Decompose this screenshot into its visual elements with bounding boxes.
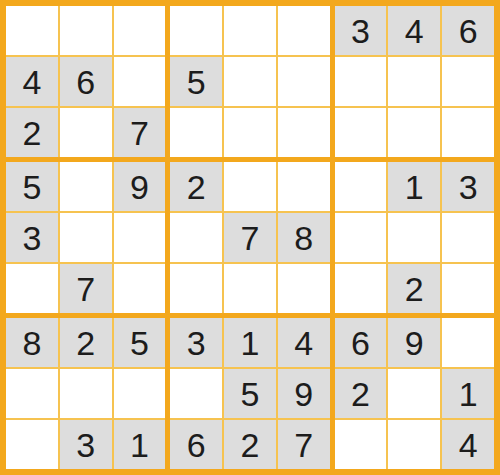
cell-r5c3[interactable] [114,213,166,262]
cell-r8c6: 9 [278,369,330,418]
cell-r4c2[interactable] [60,162,112,211]
cell-r4c6[interactable] [278,162,330,211]
cell-r5c9[interactable] [442,213,494,262]
cell-r1c3[interactable] [114,6,166,55]
cell-r8c2[interactable] [60,369,112,418]
cell-r2c9[interactable] [442,57,494,106]
cell-r7c1: 8 [6,318,58,367]
cell-r4c1: 5 [6,162,58,211]
cell-r6c7[interactable] [335,264,387,313]
box-1-2: 5 [170,6,329,157]
cell-r8c1[interactable] [6,369,58,418]
cell-r9c4: 6 [170,420,222,469]
cell-r9c3: 1 [114,420,166,469]
cell-r6c4[interactable] [170,264,222,313]
cell-r3c2[interactable] [60,108,112,157]
cell-r5c1: 3 [6,213,58,262]
cell-r9c5: 2 [224,420,276,469]
cell-r4c4: 2 [170,162,222,211]
cell-r2c7[interactable] [335,57,387,106]
cell-r3c3: 7 [114,108,166,157]
cell-r2c4: 5 [170,57,222,106]
cell-r1c6[interactable] [278,6,330,55]
box-2-1: 5937 [6,162,165,313]
cell-r9c1[interactable] [6,420,58,469]
cell-r3c6[interactable] [278,108,330,157]
box-2-3: 132 [335,162,494,313]
cell-r3c9[interactable] [442,108,494,157]
cell-r5c6: 8 [278,213,330,262]
cell-r1c7: 3 [335,6,387,55]
box-3-3: 69214 [335,318,494,469]
box-1-3: 346 [335,6,494,157]
cell-r8c8[interactable] [388,369,440,418]
cell-r5c4[interactable] [170,213,222,262]
cell-r6c1[interactable] [6,264,58,313]
cell-r9c2: 3 [60,420,112,469]
box-3-2: 31459627 [170,318,329,469]
cell-r7c5: 1 [224,318,276,367]
cell-r3c4[interactable] [170,108,222,157]
cell-r7c3: 5 [114,318,166,367]
cell-r3c1: 2 [6,108,58,157]
cell-r2c3[interactable] [114,57,166,106]
cell-r5c5: 7 [224,213,276,262]
cell-r8c9: 1 [442,369,494,418]
cell-r8c3[interactable] [114,369,166,418]
cell-r3c7[interactable] [335,108,387,157]
cell-r6c5[interactable] [224,264,276,313]
cell-r5c7[interactable] [335,213,387,262]
cell-r5c2[interactable] [60,213,112,262]
cell-r2c1: 4 [6,57,58,106]
cell-r1c5[interactable] [224,6,276,55]
cell-r2c5[interactable] [224,57,276,106]
cell-r7c9[interactable] [442,318,494,367]
cell-r6c6[interactable] [278,264,330,313]
cell-r1c2[interactable] [60,6,112,55]
cell-r7c7: 6 [335,318,387,367]
cell-r2c2: 6 [60,57,112,106]
cell-r4c9: 3 [442,162,494,211]
cell-r9c6: 7 [278,420,330,469]
cell-r4c3: 9 [114,162,166,211]
box-2-2: 278 [170,162,329,313]
cell-r8c5: 5 [224,369,276,418]
cell-r5c8[interactable] [388,213,440,262]
cell-r9c8[interactable] [388,420,440,469]
cell-r8c7: 2 [335,369,387,418]
cell-r4c7[interactable] [335,162,387,211]
cell-r4c8: 1 [388,162,440,211]
cell-r1c4[interactable] [170,6,222,55]
cell-r7c2: 2 [60,318,112,367]
cell-r6c3[interactable] [114,264,166,313]
cell-r6c9[interactable] [442,264,494,313]
cell-r1c1[interactable] [6,6,58,55]
box-3-1: 82531 [6,318,165,469]
cell-r6c2: 7 [60,264,112,313]
cell-r7c4: 3 [170,318,222,367]
box-1-1: 4627 [6,6,165,157]
cell-r6c8: 2 [388,264,440,313]
cell-r9c7[interactable] [335,420,387,469]
sudoku-board: 462753465937278132825313145962769214 [0,0,500,475]
cell-r1c9: 6 [442,6,494,55]
cell-r7c6: 4 [278,318,330,367]
cell-r9c9: 4 [442,420,494,469]
cell-r7c8: 9 [388,318,440,367]
cell-r1c8: 4 [388,6,440,55]
cell-r3c5[interactable] [224,108,276,157]
cell-r4c5[interactable] [224,162,276,211]
cell-r2c8[interactable] [388,57,440,106]
cell-r3c8[interactable] [388,108,440,157]
cell-r8c4[interactable] [170,369,222,418]
cell-r2c6[interactable] [278,57,330,106]
